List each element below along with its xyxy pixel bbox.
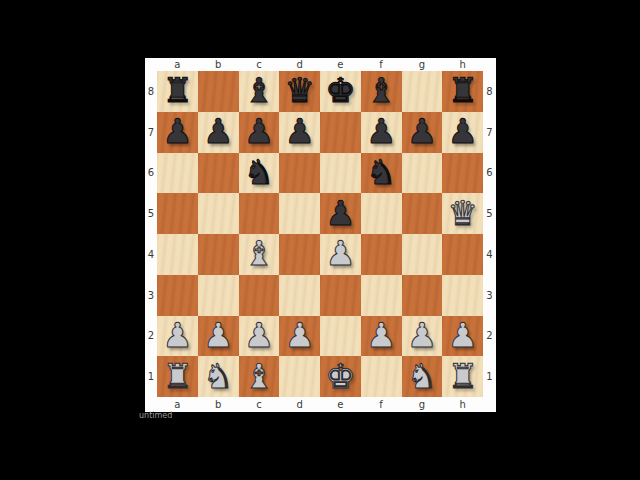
piece-white-pawn[interactable]: ♟ <box>162 318 192 352</box>
piece-white-knight[interactable]: ♞ <box>203 359 233 393</box>
piece-black-bishop[interactable]: ♝ <box>244 73 274 107</box>
square-f6[interactable]: ♞ <box>361 153 402 194</box>
file-label-d: d <box>279 58 320 71</box>
square-g7[interactable]: ♟ <box>402 112 443 153</box>
rank-label-3: 3 <box>483 275 496 316</box>
piece-black-pawn[interactable]: ♟ <box>284 114 314 148</box>
file-label-b: b <box>198 58 239 71</box>
piece-black-rook[interactable]: ♜ <box>162 73 192 107</box>
square-h2[interactable]: ♟ <box>442 316 483 357</box>
timer-status: untimed <box>139 411 172 420</box>
piece-white-pawn[interactable]: ♟ <box>366 318 396 352</box>
square-f8[interactable]: ♝ <box>361 71 402 112</box>
file-label-c: c <box>239 58 280 71</box>
square-h4[interactable] <box>442 234 483 275</box>
square-a7[interactable]: ♟ <box>157 112 198 153</box>
square-e8[interactable]: ♚ <box>320 71 361 112</box>
piece-black-pawn[interactable]: ♟ <box>162 114 192 148</box>
rank-label-2: 2 <box>483 316 496 357</box>
file-labels-bottom: abcdefgh <box>157 398 483 411</box>
piece-white-queen[interactable]: ♛ <box>447 196 477 230</box>
square-d8[interactable]: ♛ <box>279 71 320 112</box>
rank-label-1: 1 <box>145 356 157 397</box>
piece-black-rook[interactable]: ♜ <box>447 73 477 107</box>
square-d4[interactable] <box>279 234 320 275</box>
square-e1[interactable]: ♚ <box>320 356 361 397</box>
rank-label-4: 4 <box>145 234 157 275</box>
square-h5[interactable]: ♛ <box>442 193 483 234</box>
square-a3[interactable] <box>157 275 198 316</box>
file-labels-top: abcdefgh <box>157 58 483 71</box>
piece-black-queen[interactable]: ♛ <box>284 73 314 107</box>
square-g2[interactable]: ♟ <box>402 316 443 357</box>
square-d5[interactable] <box>279 193 320 234</box>
square-h7[interactable]: ♟ <box>442 112 483 153</box>
square-e6[interactable] <box>320 153 361 194</box>
square-c2[interactable]: ♟ <box>239 316 280 357</box>
square-h3[interactable] <box>442 275 483 316</box>
rank-label-7: 7 <box>145 112 157 153</box>
square-b3[interactable] <box>198 275 239 316</box>
piece-black-knight[interactable]: ♞ <box>244 155 274 189</box>
square-c5[interactable] <box>239 193 280 234</box>
square-f5[interactable] <box>361 193 402 234</box>
rank-labels-right: 87654321 <box>483 71 496 397</box>
square-e5[interactable]: ♟ <box>320 193 361 234</box>
square-b2[interactable]: ♟ <box>198 316 239 357</box>
piece-black-pawn[interactable]: ♟ <box>407 114 437 148</box>
square-b5[interactable] <box>198 193 239 234</box>
piece-black-pawn[interactable]: ♟ <box>366 114 396 148</box>
square-g6[interactable] <box>402 153 443 194</box>
square-c6[interactable]: ♞ <box>239 153 280 194</box>
square-c7[interactable]: ♟ <box>239 112 280 153</box>
piece-white-king[interactable]: ♚ <box>325 359 355 393</box>
square-c8[interactable]: ♝ <box>239 71 280 112</box>
piece-white-pawn[interactable]: ♟ <box>447 318 477 352</box>
square-f2[interactable]: ♟ <box>361 316 402 357</box>
square-g1[interactable]: ♞ <box>402 356 443 397</box>
rank-labels-left: 87654321 <box>145 71 157 397</box>
piece-black-king[interactable]: ♚ <box>325 73 355 107</box>
square-d1[interactable] <box>279 356 320 397</box>
square-e3[interactable] <box>320 275 361 316</box>
piece-black-bishop[interactable]: ♝ <box>366 73 396 107</box>
file-label-f: f <box>361 398 402 411</box>
file-label-f: f <box>361 58 402 71</box>
square-g4[interactable] <box>402 234 443 275</box>
square-a2[interactable]: ♟ <box>157 316 198 357</box>
rank-label-6: 6 <box>145 153 157 194</box>
rank-label-1: 1 <box>483 356 496 397</box>
square-f1[interactable] <box>361 356 402 397</box>
piece-black-pawn[interactable]: ♟ <box>325 196 355 230</box>
square-f4[interactable] <box>361 234 402 275</box>
piece-white-bishop[interactable]: ♝ <box>244 236 274 270</box>
square-h1[interactable]: ♜ <box>442 356 483 397</box>
file-label-e: e <box>320 58 361 71</box>
file-label-b: b <box>198 398 239 411</box>
file-label-c: c <box>239 398 280 411</box>
piece-white-bishop[interactable]: ♝ <box>244 359 274 393</box>
rank-label-8: 8 <box>145 71 157 112</box>
square-h8[interactable]: ♜ <box>442 71 483 112</box>
square-c3[interactable] <box>239 275 280 316</box>
square-h6[interactable] <box>442 153 483 194</box>
square-b4[interactable] <box>198 234 239 275</box>
piece-white-pawn[interactable]: ♟ <box>407 318 437 352</box>
rank-label-2: 2 <box>145 316 157 357</box>
square-c4[interactable]: ♝ <box>239 234 280 275</box>
square-b8[interactable] <box>198 71 239 112</box>
square-c1[interactable]: ♝ <box>239 356 280 397</box>
piece-white-pawn[interactable]: ♟ <box>284 318 314 352</box>
file-label-e: e <box>320 398 361 411</box>
piece-black-pawn[interactable]: ♟ <box>447 114 477 148</box>
file-label-h: h <box>442 58 483 71</box>
file-label-g: g <box>402 58 443 71</box>
rank-label-5: 5 <box>145 193 157 234</box>
file-label-a: a <box>157 58 198 71</box>
square-a4[interactable] <box>157 234 198 275</box>
square-d6[interactable] <box>279 153 320 194</box>
piece-white-pawn[interactable]: ♟ <box>203 318 233 352</box>
rank-label-7: 7 <box>483 112 496 153</box>
square-b6[interactable] <box>198 153 239 194</box>
square-f7[interactable]: ♟ <box>361 112 402 153</box>
piece-white-rook[interactable]: ♜ <box>447 359 477 393</box>
square-g3[interactable] <box>402 275 443 316</box>
square-b7[interactable]: ♟ <box>198 112 239 153</box>
square-a6[interactable] <box>157 153 198 194</box>
piece-white-pawn[interactable]: ♟ <box>325 236 355 270</box>
square-d3[interactable] <box>279 275 320 316</box>
rank-label-8: 8 <box>483 71 496 112</box>
square-g5[interactable] <box>402 193 443 234</box>
square-a5[interactable] <box>157 193 198 234</box>
rank-label-3: 3 <box>145 275 157 316</box>
square-d2[interactable]: ♟ <box>279 316 320 357</box>
rank-label-4: 4 <box>483 234 496 275</box>
square-a8[interactable]: ♜ <box>157 71 198 112</box>
piece-white-knight[interactable]: ♞ <box>407 359 437 393</box>
rank-label-6: 6 <box>483 153 496 194</box>
rank-label-5: 5 <box>483 193 496 234</box>
square-e2[interactable] <box>320 316 361 357</box>
square-b1[interactable]: ♞ <box>198 356 239 397</box>
square-e7[interactable] <box>320 112 361 153</box>
file-label-g: g <box>402 398 443 411</box>
piece-white-rook[interactable]: ♜ <box>162 359 192 393</box>
piece-white-pawn[interactable]: ♟ <box>244 318 274 352</box>
square-e4[interactable]: ♟ <box>320 234 361 275</box>
file-label-a: a <box>157 398 198 411</box>
piece-black-pawn[interactable]: ♟ <box>203 114 233 148</box>
square-a1[interactable]: ♜ <box>157 356 198 397</box>
file-label-d: d <box>279 398 320 411</box>
chess-board: ♜♝♛♚♝♜♟♟♟♟♟♟♟♞♞♟♛♝♟♟♟♟♟♟♟♟♜♞♝♚♞♜ <box>157 71 483 397</box>
square-f3[interactable] <box>361 275 402 316</box>
board-frame: abcdefgh 87654321 ♜♝♛♚♝♜♟♟♟♟♟♟♟♞♞♟♛♝♟♟♟♟… <box>145 58 496 412</box>
file-label-h: h <box>442 398 483 411</box>
square-d7[interactable]: ♟ <box>279 112 320 153</box>
piece-black-knight[interactable]: ♞ <box>366 155 396 189</box>
square-g8[interactable] <box>402 71 443 112</box>
piece-black-pawn[interactable]: ♟ <box>244 114 274 148</box>
